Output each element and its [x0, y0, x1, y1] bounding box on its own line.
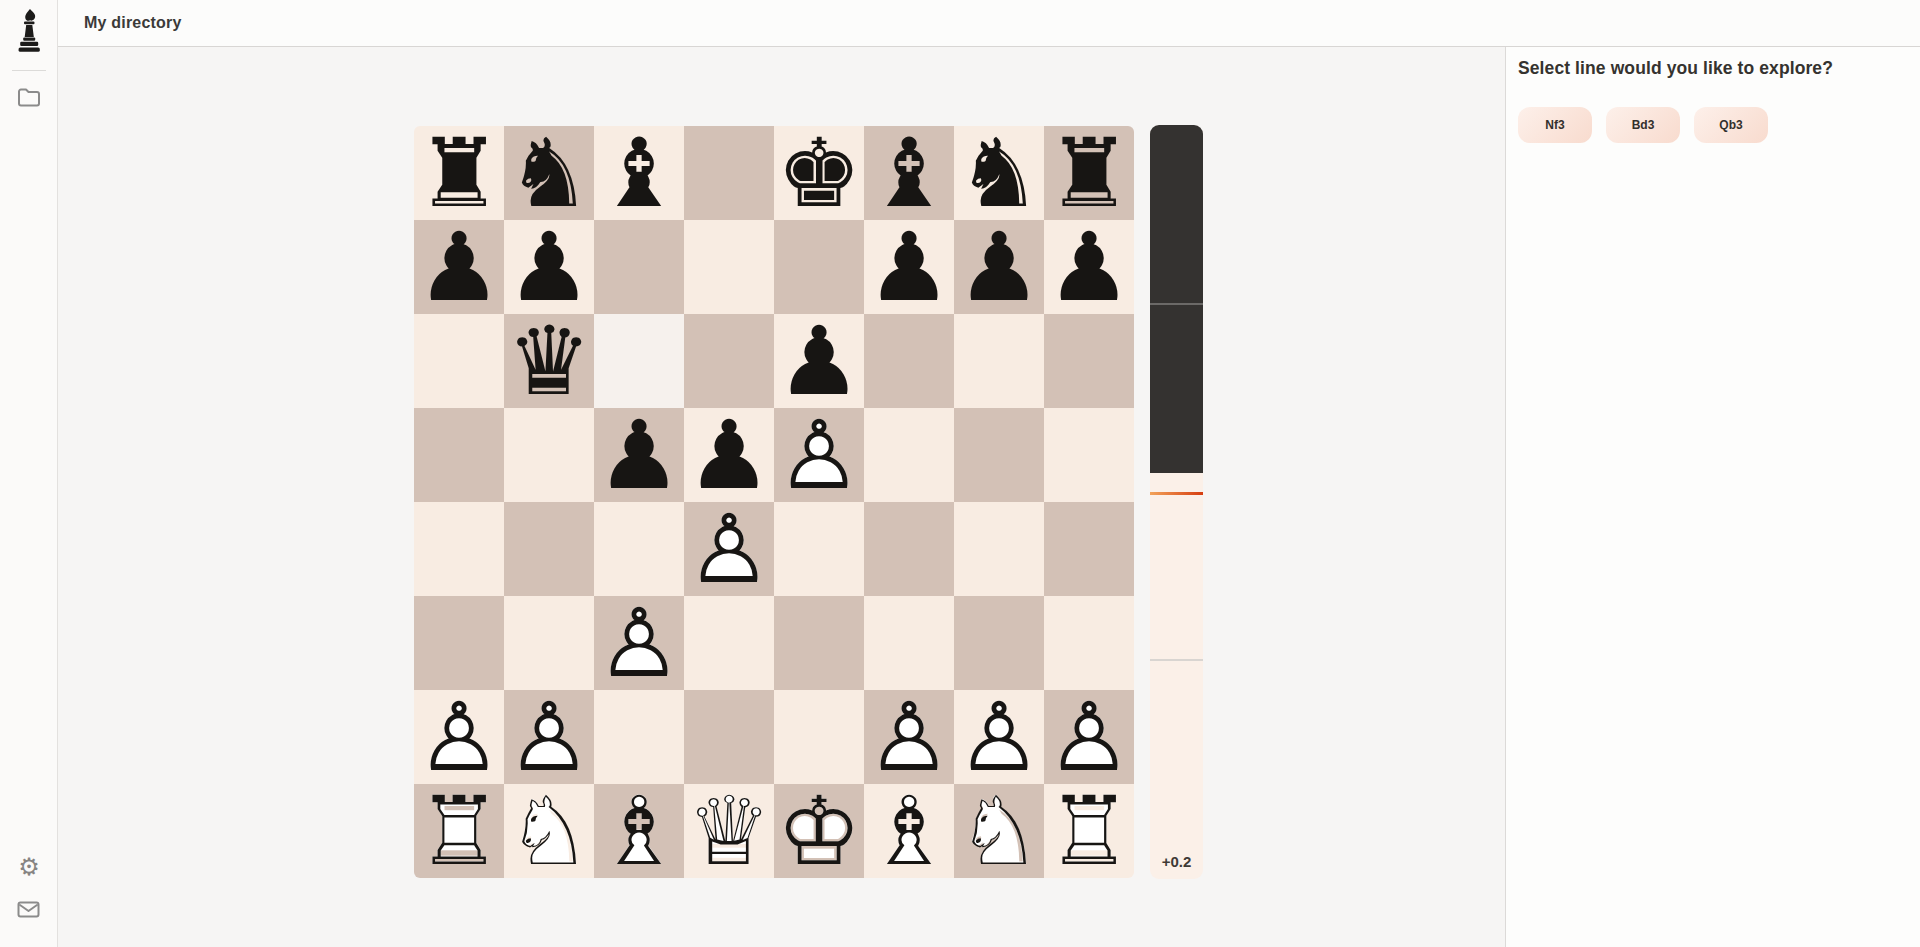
square-a4[interactable] — [414, 502, 504, 596]
black-pawn[interactable]: ♟ — [504, 220, 594, 314]
white-pawn[interactable]: ♟♙ — [504, 690, 594, 784]
square-e3[interactable] — [774, 596, 864, 690]
line-options: Nf3 Bd3 Qb3 — [1518, 107, 1920, 143]
square-g4[interactable] — [954, 502, 1044, 596]
square-b7[interactable]: ♟ — [504, 220, 594, 314]
square-a1[interactable]: ♜♖ — [414, 784, 504, 878]
white-pawn[interactable]: ♟♙ — [684, 502, 774, 596]
square-h5[interactable] — [1044, 408, 1134, 502]
square-e8[interactable]: ♚ — [774, 126, 864, 220]
line-option-qb3-button[interactable]: Qb3 — [1694, 107, 1768, 143]
square-h3[interactable] — [1044, 596, 1134, 690]
main-content: ♜♞♝♚♝♞♜♟♟♟♟♟♛♟♟♟♟♙♟♙♟♙♟♙♟♙♟♙♟♙♟♙♜♖♞♘♝♗♛♕… — [58, 47, 1505, 947]
square-d1[interactable]: ♛♕ — [684, 784, 774, 878]
square-c4[interactable] — [594, 502, 684, 596]
square-e4[interactable] — [774, 502, 864, 596]
white-pawn[interactable]: ♟♙ — [954, 690, 1044, 784]
white-knight[interactable]: ♞♘ — [504, 784, 594, 878]
white-rook[interactable]: ♜♖ — [1044, 784, 1134, 878]
square-e7[interactable] — [774, 220, 864, 314]
eval-score-label: +0.2 — [1150, 853, 1203, 870]
square-g3[interactable] — [954, 596, 1044, 690]
square-b3[interactable] — [504, 596, 594, 690]
square-a7[interactable]: ♟ — [414, 220, 504, 314]
white-pawn[interactable]: ♟♙ — [594, 596, 684, 690]
square-d3[interactable] — [684, 596, 774, 690]
square-a6[interactable] — [414, 314, 504, 408]
top-header: My directory — [58, 0, 1920, 47]
black-pawn[interactable]: ♟ — [594, 408, 684, 502]
square-h7[interactable]: ♟ — [1044, 220, 1134, 314]
square-f8[interactable]: ♝ — [864, 126, 954, 220]
square-f5[interactable] — [864, 408, 954, 502]
square-a3[interactable] — [414, 596, 504, 690]
square-c8[interactable]: ♝ — [594, 126, 684, 220]
eval-tick-upper — [1150, 303, 1203, 305]
black-knight[interactable]: ♞ — [504, 126, 594, 220]
line-option-nf3-button[interactable]: Nf3 — [1518, 107, 1592, 143]
black-pawn[interactable]: ♟ — [774, 314, 864, 408]
sidebar-divider — [12, 70, 46, 71]
chess-board: ♜♞♝♚♝♞♜♟♟♟♟♟♛♟♟♟♟♙♟♙♟♙♟♙♟♙♟♙♟♙♟♙♜♖♞♘♝♗♛♕… — [414, 126, 1134, 878]
square-d4[interactable]: ♟♙ — [684, 502, 774, 596]
square-h2[interactable]: ♟♙ — [1044, 690, 1134, 784]
square-e1[interactable]: ♚♔ — [774, 784, 864, 878]
black-rook[interactable]: ♜ — [1044, 126, 1134, 220]
white-pawn[interactable]: ♟♙ — [414, 690, 504, 784]
square-h1[interactable]: ♜♖ — [1044, 784, 1134, 878]
square-c5[interactable]: ♟ — [594, 408, 684, 502]
square-e6[interactable]: ♟ — [774, 314, 864, 408]
black-queen[interactable]: ♛ — [504, 314, 594, 408]
square-b4[interactable] — [504, 502, 594, 596]
eval-tick-lower — [1150, 659, 1203, 661]
white-bishop[interactable]: ♝♗ — [864, 784, 954, 878]
eval-black-section — [1150, 125, 1203, 473]
white-pawn[interactable]: ♟♙ — [774, 408, 864, 502]
square-d7[interactable] — [684, 220, 774, 314]
square-c1[interactable]: ♝♗ — [594, 784, 684, 878]
white-pawn[interactable]: ♟♙ — [864, 690, 954, 784]
square-g6[interactable] — [954, 314, 1044, 408]
white-knight[interactable]: ♞♘ — [954, 784, 1044, 878]
evaluation-bar: +0.2 — [1150, 125, 1203, 879]
square-h6[interactable] — [1044, 314, 1134, 408]
black-pawn[interactable]: ♟ — [864, 220, 954, 314]
square-d2[interactable] — [684, 690, 774, 784]
square-g8[interactable]: ♞ — [954, 126, 1044, 220]
square-h4[interactable] — [1044, 502, 1134, 596]
square-e2[interactable] — [774, 690, 864, 784]
square-f4[interactable] — [864, 502, 954, 596]
white-king[interactable]: ♚♔ — [774, 784, 864, 878]
folder-icon[interactable] — [17, 87, 41, 107]
square-f6[interactable] — [864, 314, 954, 408]
square-c6[interactable] — [594, 314, 684, 408]
black-knight[interactable]: ♞ — [954, 126, 1044, 220]
square-f7[interactable]: ♟ — [864, 220, 954, 314]
square-b8[interactable]: ♞ — [504, 126, 594, 220]
black-pawn[interactable]: ♟ — [414, 220, 504, 314]
square-g1[interactable]: ♞♘ — [954, 784, 1044, 878]
square-d8[interactable] — [684, 126, 774, 220]
square-g2[interactable]: ♟♙ — [954, 690, 1044, 784]
square-g7[interactable]: ♟ — [954, 220, 1044, 314]
square-b5[interactable] — [504, 408, 594, 502]
black-pawn[interactable]: ♟ — [954, 220, 1044, 314]
square-b1[interactable]: ♞♘ — [504, 784, 594, 878]
square-c7[interactable] — [594, 220, 684, 314]
explore-panel: Select line would you like to explore? N… — [1505, 47, 1920, 947]
gear-glyph: ⚙ — [18, 855, 40, 879]
square-f3[interactable] — [864, 596, 954, 690]
page-title: My directory — [58, 0, 1920, 45]
sidebar: ⚙ — [0, 0, 58, 947]
line-option-bd3-button[interactable]: Bd3 — [1606, 107, 1680, 143]
white-queen[interactable]: ♛♕ — [684, 784, 774, 878]
black-pawn[interactable]: ♟ — [1044, 220, 1134, 314]
panel-title: Select line would you like to explore? — [1518, 58, 1920, 79]
white-bishop[interactable]: ♝♗ — [594, 784, 684, 878]
mail-icon[interactable] — [17, 901, 40, 918]
square-b6[interactable]: ♛ — [504, 314, 594, 408]
white-pawn[interactable]: ♟♙ — [1044, 690, 1134, 784]
square-d6[interactable] — [684, 314, 774, 408]
app-logo-chess-flame-icon[interactable] — [15, 8, 43, 54]
square-f1[interactable]: ♝♗ — [864, 784, 954, 878]
square-b2[interactable]: ♟♙ — [504, 690, 594, 784]
black-bishop[interactable]: ♝ — [594, 126, 684, 220]
black-king[interactable]: ♚ — [774, 126, 864, 220]
square-a5[interactable] — [414, 408, 504, 502]
square-h8[interactable]: ♜ — [1044, 126, 1134, 220]
square-e5[interactable]: ♟♙ — [774, 408, 864, 502]
square-c3[interactable]: ♟♙ — [594, 596, 684, 690]
square-a8[interactable]: ♜ — [414, 126, 504, 220]
white-rook[interactable]: ♜♖ — [414, 784, 504, 878]
black-bishop[interactable]: ♝ — [864, 126, 954, 220]
square-d5[interactable]: ♟ — [684, 408, 774, 502]
black-pawn[interactable]: ♟ — [684, 408, 774, 502]
black-rook[interactable]: ♜ — [414, 126, 504, 220]
square-g5[interactable] — [954, 408, 1044, 502]
square-a2[interactable]: ♟♙ — [414, 690, 504, 784]
settings-gear-icon[interactable]: ⚙ — [16, 854, 42, 880]
eval-score-marker — [1150, 492, 1203, 495]
square-f2[interactable]: ♟♙ — [864, 690, 954, 784]
square-c2[interactable] — [594, 690, 684, 784]
